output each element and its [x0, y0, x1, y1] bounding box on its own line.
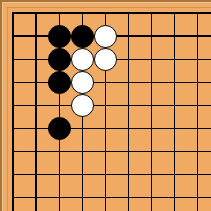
stone-black: ● — [48, 117, 71, 140]
stone-white: ○ — [94, 25, 117, 48]
grid-line-horizontal — [12, 82, 211, 83]
stone-white: ○ — [71, 48, 94, 71]
stone-white: ○ — [94, 48, 117, 71]
grid-line-horizontal — [12, 12, 211, 13]
grid-line-vertical — [174, 12, 175, 211]
grid-line-vertical — [12, 12, 13, 211]
grid-line-vertical — [197, 12, 198, 211]
stone-black: ● — [71, 25, 94, 48]
go-board: ●●○●○○●○○● — [0, 0, 211, 211]
stone-white: ○ — [71, 94, 94, 117]
grid-line-vertical — [151, 12, 152, 211]
grid-line-vertical — [35, 12, 36, 211]
stone-black: ● — [48, 48, 71, 71]
frame-highlight-left — [2, 2, 3, 211]
stone-black: ● — [48, 71, 71, 94]
frame-highlight-top — [2, 2, 211, 3]
grid-line-horizontal — [12, 174, 211, 175]
stone-black: ● — [48, 25, 71, 48]
grid-line-horizontal — [12, 197, 211, 198]
grid-line-horizontal — [12, 128, 211, 129]
grid-line-vertical — [128, 12, 129, 211]
grid-line-horizontal — [12, 105, 211, 106]
grid-line-horizontal — [12, 151, 211, 152]
board-grid: ●●○●○○●○○● — [7, 7, 211, 211]
stone-white: ○ — [71, 71, 94, 94]
